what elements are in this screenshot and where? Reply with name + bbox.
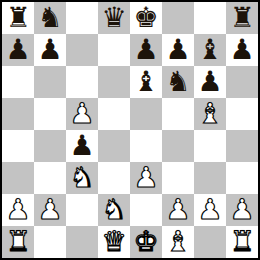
square-e5[interactable] [130,98,162,130]
piece-white-pawn[interactable]: ♟ [37,194,62,226]
square-a1[interactable]: ♜ [2,226,34,258]
square-d3[interactable] [98,162,130,194]
square-h6[interactable] [226,66,258,98]
piece-white-knight[interactable]: ♞ [101,194,126,226]
square-f8[interactable] [162,2,194,34]
square-f6[interactable]: ♞ [162,66,194,98]
piece-black-pawn[interactable]: ♟ [165,34,190,66]
square-f7[interactable]: ♟ [162,34,194,66]
square-b3[interactable] [34,162,66,194]
square-d5[interactable] [98,98,130,130]
piece-white-king[interactable]: ♚ [133,226,158,258]
square-g4[interactable] [194,130,226,162]
square-d8[interactable]: ♛ [98,2,130,34]
square-a5[interactable] [2,98,34,130]
piece-black-pawn[interactable]: ♟ [5,34,30,66]
piece-black-bishop[interactable]: ♝ [133,66,158,98]
piece-white-pawn[interactable]: ♟ [165,194,190,226]
square-c4[interactable]: ♟ [66,130,98,162]
square-f1[interactable]: ♝ [162,226,194,258]
square-g8[interactable] [194,2,226,34]
square-b8[interactable]: ♞ [34,2,66,34]
square-g7[interactable]: ♝ [194,34,226,66]
square-h4[interactable] [226,130,258,162]
square-b1[interactable] [34,226,66,258]
square-h5[interactable] [226,98,258,130]
square-g5[interactable]: ♝ [194,98,226,130]
square-f5[interactable] [162,98,194,130]
square-e2[interactable] [130,194,162,226]
piece-white-pawn[interactable]: ♟ [133,162,158,194]
square-f2[interactable]: ♟ [162,194,194,226]
piece-white-knight[interactable]: ♞ [69,162,94,194]
square-e7[interactable]: ♟ [130,34,162,66]
square-g1[interactable] [194,226,226,258]
square-b5[interactable] [34,98,66,130]
square-h3[interactable] [226,162,258,194]
piece-black-pawn[interactable]: ♟ [69,130,94,162]
square-h2[interactable]: ♟ [226,194,258,226]
piece-white-pawn[interactable]: ♟ [69,98,94,130]
square-d7[interactable] [98,34,130,66]
piece-black-knight[interactable]: ♞ [37,2,62,34]
square-h7[interactable]: ♟ [226,34,258,66]
piece-black-pawn[interactable]: ♟ [197,66,222,98]
square-g2[interactable]: ♟ [194,194,226,226]
square-f3[interactable] [162,162,194,194]
square-a4[interactable] [2,130,34,162]
square-c2[interactable] [66,194,98,226]
square-a3[interactable] [2,162,34,194]
piece-white-bishop[interactable]: ♝ [165,226,190,258]
piece-white-rook[interactable]: ♜ [5,226,30,258]
piece-white-pawn[interactable]: ♟ [229,194,254,226]
piece-black-pawn[interactable]: ♟ [229,34,254,66]
square-b2[interactable]: ♟ [34,194,66,226]
piece-white-pawn[interactable]: ♟ [5,194,30,226]
square-h8[interactable]: ♜ [226,2,258,34]
square-g6[interactable]: ♟ [194,66,226,98]
piece-black-rook[interactable]: ♜ [229,2,254,34]
square-a8[interactable]: ♜ [2,2,34,34]
piece-white-pawn[interactable]: ♟ [197,194,222,226]
square-e1[interactable]: ♚ [130,226,162,258]
square-h1[interactable]: ♜ [226,226,258,258]
square-b7[interactable]: ♟ [34,34,66,66]
square-e3[interactable]: ♟ [130,162,162,194]
square-a7[interactable]: ♟ [2,34,34,66]
square-g3[interactable] [194,162,226,194]
piece-white-rook[interactable]: ♜ [229,226,254,258]
square-c7[interactable] [66,34,98,66]
piece-black-queen[interactable]: ♛ [101,2,126,34]
square-c3[interactable]: ♞ [66,162,98,194]
square-e8[interactable]: ♚ [130,2,162,34]
square-b4[interactable] [34,130,66,162]
square-c6[interactable] [66,66,98,98]
chess-board: ♜♞♛♚♜♟♟♟♟♝♟♝♞♟♟♝♟♞♟♟♟♞♟♟♟♜♛♚♝♜ [0,0,260,260]
piece-black-pawn[interactable]: ♟ [37,34,62,66]
square-e4[interactable] [130,130,162,162]
square-a2[interactable]: ♟ [2,194,34,226]
piece-black-king[interactable]: ♚ [133,2,158,34]
square-c8[interactable] [66,2,98,34]
square-f4[interactable] [162,130,194,162]
square-d1[interactable]: ♛ [98,226,130,258]
square-c5[interactable]: ♟ [66,98,98,130]
square-d6[interactable] [98,66,130,98]
square-e6[interactable]: ♝ [130,66,162,98]
piece-white-bishop[interactable]: ♝ [197,98,222,130]
square-a6[interactable] [2,66,34,98]
piece-black-knight[interactable]: ♞ [165,66,190,98]
piece-black-bishop[interactable]: ♝ [197,34,222,66]
square-c1[interactable] [66,226,98,258]
piece-white-queen[interactable]: ♛ [101,226,126,258]
square-b6[interactable] [34,66,66,98]
square-d2[interactable]: ♞ [98,194,130,226]
piece-black-pawn[interactable]: ♟ [133,34,158,66]
piece-black-rook[interactable]: ♜ [5,2,30,34]
square-d4[interactable] [98,130,130,162]
